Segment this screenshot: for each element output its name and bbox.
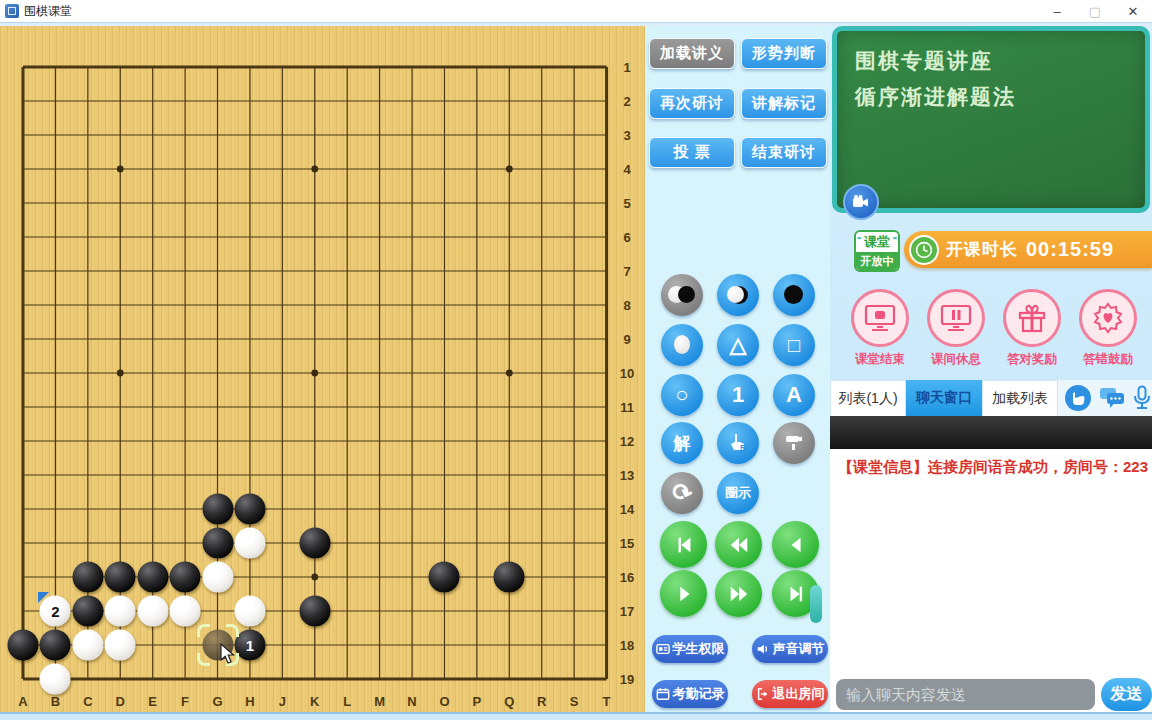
class-break-button[interactable]: 课间休息 [918,289,994,368]
stone-black[interactable] [137,562,168,593]
rewind-button[interactable] [715,521,762,568]
board-row-label: 1 [623,60,630,75]
system-message: 【课堂信息】连接房间语音成功，房间号：223 [830,449,1152,477]
score-estimate-button[interactable]: 形势判断 [741,38,827,69]
square-marker-tool[interactable]: □ [773,324,815,366]
step-back-icon [785,534,807,556]
paint-roller-icon [783,432,805,454]
board-col-label: Q [504,694,514,709]
board-col-label: R [537,694,546,709]
speaker-icon [756,642,770,656]
chat-area: 【课堂信息】连接房间语音成功，房间号：223 [830,449,1152,712]
video-camera-icon [851,192,871,212]
number-marker-tool[interactable]: 1 [717,374,759,416]
branch-marker-icon [38,592,49,603]
stone-black[interactable] [429,562,460,593]
board-row-label: 2 [623,94,630,109]
board-col-label: J [279,694,286,709]
correct-reward-button[interactable]: 答对奖励 [994,289,1070,368]
tab-chat-window[interactable]: 聊天窗口 [906,380,982,416]
board-row-label: 13 [620,468,634,483]
fast-forward-button[interactable] [715,570,762,617]
stone-black[interactable] [299,596,330,627]
black-stone-tool[interactable] [773,274,815,316]
camera-button[interactable] [843,184,879,220]
class-badge-bottom: 开放中 [856,252,898,270]
stone-white[interactable] [234,596,265,627]
stone-black[interactable] [72,562,103,593]
heart-badge-icon [1090,300,1126,336]
stone-white[interactable] [72,630,103,661]
board-row-label: 7 [623,264,630,279]
board-col-label: L [343,694,351,709]
window-title: 围棋课堂 [24,3,72,20]
board-col-label: G [212,694,222,709]
board-col-label: S [570,694,579,709]
video-strip [830,416,1152,449]
circle-show-tool[interactable]: 圈示 [717,472,759,514]
play-icon [673,583,695,605]
rewind-icon [728,534,750,556]
lecture-subtitle: 循序渐进解题法 [855,83,1145,111]
hand-count-tool[interactable]: 5 [717,422,759,464]
stone-white[interactable] [234,528,265,559]
fast-forward-icon [728,583,750,605]
board-row-label: 8 [623,298,630,313]
board-col-label: N [407,694,416,709]
board-col-label: T [603,694,611,709]
answer-tool[interactable]: 解 [661,422,703,464]
board-col-label: C [83,694,92,709]
stone-black[interactable]: 1 [234,630,265,661]
white-ball-icon [674,335,690,354]
white-stone-tool[interactable] [661,324,703,366]
send-button[interactable]: 发送 [1101,678,1152,711]
board-row-label: 14 [620,502,634,517]
vote-button[interactable]: 投 票 [649,137,735,168]
wrong-encourage-button[interactable]: 答错鼓励 [1070,289,1146,368]
white-black-toggle-tool[interactable] [717,274,759,316]
student-permission-button[interactable]: 学生权限 [652,635,728,663]
board-col-label: F [181,694,189,709]
board-col-label: O [439,694,449,709]
gift-icon [1014,300,1050,336]
chat-input-row: 发送 [830,677,1152,712]
load-lecture-button[interactable]: 加载讲义 [649,38,735,69]
stone-black[interactable] [299,528,330,559]
board-row-label: 4 [623,162,630,177]
window-bottom-border [0,712,1152,720]
go-classroom-app: 围棋课堂 – ▢ ✕ 12345678910111213141516171819… [0,0,1152,720]
move-number: 2 [51,604,59,619]
discuss-again-button[interactable]: 再次研讨 [649,88,735,119]
board-col-label: P [473,694,482,709]
highlight-bracket [226,624,239,637]
move-number: 1 [246,638,254,653]
stone-white[interactable] [170,596,201,627]
class-duration-bar: 开课时长 00:15:59 [904,231,1152,268]
exit-room-label: 退出房间 [773,685,825,703]
board-col-label: D [116,694,125,709]
stone-black[interactable] [234,494,265,525]
panel-scrollbar-thumb[interactable] [810,585,822,623]
skip-to-start-button[interactable] [660,521,707,568]
stone-black[interactable] [170,562,201,593]
go-board[interactable]: 12345678910111213141516171819ABCDEFGHJKL… [0,25,645,712]
black-ball-icon [784,285,803,304]
lecture-blackboard: 围棋专题讲座 循序渐进解题法 [832,26,1150,213]
board-row-label: 19 [620,672,634,687]
board-row-label: 10 [620,366,634,381]
exit-icon [756,687,770,701]
app-icon [5,4,19,18]
stone-white[interactable] [202,562,233,593]
raise-hand-icon[interactable] [1064,384,1092,412]
board-col-label: E [148,694,157,709]
title-bar: 围棋课堂 – ▢ ✕ [0,0,1152,22]
stone-white[interactable] [105,596,136,627]
sound-adjust-label: 声音调节 [773,640,825,658]
clock-icon [909,235,939,265]
board-col-label: K [310,694,319,709]
board-row-label: 9 [623,332,630,347]
class-badge-top: 课堂 [856,232,898,252]
play-forward-button[interactable] [660,570,707,617]
white-ball-icon [727,286,744,303]
board-row-label: 18 [620,638,634,653]
id-card-icon [656,642,670,656]
black-ball-icon [678,286,695,303]
attendance-record-label: 考勤记录 [673,685,725,703]
window-border-strip [0,22,1152,26]
stone-black[interactable] [494,562,525,593]
board-col-label: B [51,694,60,709]
mouse-cursor [220,643,236,665]
board-row-label: 5 [623,196,630,211]
circle-marker-tool[interactable]: ○ [661,374,703,416]
microphone-icon[interactable] [1132,385,1152,411]
board-row-label: 12 [620,434,634,449]
tab-load-list[interactable]: 加载列表 [982,380,1058,416]
skip-end-icon [785,583,807,605]
triangle-marker-tool[interactable]: △ [717,324,759,366]
eraser-tool[interactable] [773,422,815,464]
board-row-label: 3 [623,128,630,143]
class-end-label: 课堂结束 [842,351,918,368]
hand-icon: 5 [726,431,750,455]
monitor-stop-icon [862,300,898,336]
monitor-pause-icon [938,300,974,336]
stone-black[interactable] [40,630,71,661]
stone-black[interactable] [8,630,39,661]
stone-black[interactable] [202,494,233,525]
class-end-button[interactable]: 课堂结束 [842,289,918,368]
board-col-label: A [18,694,27,709]
board-row-label: 17 [620,604,634,619]
tab-member-list[interactable]: 列表(1人) [830,380,906,416]
board-row-label: 16 [620,570,634,585]
class-break-label: 课间休息 [918,351,994,368]
minimize-button[interactable]: – [1038,0,1076,22]
board-col-label: M [374,694,385,709]
calendar-icon [656,687,670,701]
board-row-label: 6 [623,230,630,245]
correct-reward-label: 答对奖励 [994,351,1070,368]
stone-white[interactable] [137,596,168,627]
chat-input[interactable] [836,679,1095,710]
stone-white[interactable] [40,664,71,695]
board-row-label: 15 [620,536,634,551]
wrong-encourage-label: 答错鼓励 [1070,351,1146,368]
classroom-panel: 围棋专题讲座 循序渐进解题法 课堂 开放中 开课时长 00:15:59 课堂结束… [830,25,1152,712]
letter-marker-tool[interactable]: A [773,374,815,416]
step-back-button[interactable] [772,521,819,568]
lecture-title: 围棋专题讲座 [855,47,1145,75]
maximize-button[interactable]: ▢ [1076,0,1114,22]
explain-mark-button[interactable]: 讲解标记 [741,88,827,119]
stone-black[interactable] [105,562,136,593]
stone-white[interactable] [105,630,136,661]
attendance-record-button[interactable]: 考勤记录 [652,680,728,708]
board-col-label: H [245,694,254,709]
svg-text:5: 5 [740,443,745,453]
chat-bubbles-icon[interactable] [1099,386,1125,410]
duration-time: 00:15:59 [1026,238,1114,261]
close-button[interactable]: ✕ [1114,0,1152,22]
end-discussion-button[interactable]: 结束研讨 [741,137,827,168]
student-permission-label: 学生权限 [673,640,725,658]
alternate-stones-tool[interactable] [661,274,703,316]
control-panel: 加载讲义 形势判断 再次研讨 讲解标记 投 票 结束研讨 △ □ ○ 1 A 解 [645,25,830,712]
stone-black[interactable] [72,596,103,627]
board-row-label: 11 [620,400,634,415]
refresh-icon: ⟳ [668,476,696,509]
chat-tabs: 列表(1人) 聊天窗口 加载列表 [830,380,1152,416]
sound-adjust-button[interactable]: 声音调节 [752,635,828,663]
stone-black[interactable] [202,528,233,559]
reset-tool[interactable]: ⟳ [661,472,703,514]
highlight-bracket [197,624,210,637]
duration-label: 开课时长 [946,238,1018,261]
class-open-badge: 课堂 开放中 [854,230,900,272]
exit-room-button[interactable]: 退出房间 [752,680,828,708]
skip-start-icon [673,534,695,556]
